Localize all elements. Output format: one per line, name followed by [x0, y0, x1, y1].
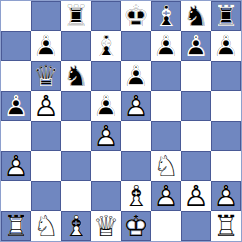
square-d4[interactable]: ♟♙ [91, 121, 121, 151]
square-a3[interactable]: ♟♙ [1, 151, 31, 181]
piece-black-pawn[interactable]: ♟♙ [181, 31, 211, 61]
square-h2[interactable]: ♟♙ [211, 181, 241, 211]
square-e3[interactable] [121, 151, 151, 181]
square-h8[interactable]: ♜♖ [211, 1, 241, 31]
square-f4[interactable] [151, 121, 181, 151]
pawn-glyph-outline: ♙ [151, 181, 181, 211]
square-a1[interactable]: ♜♖ [1, 211, 31, 241]
piece-white-bishop[interactable]: ♝♗ [61, 211, 91, 241]
piece-white-pawn[interactable]: ♟♙ [211, 181, 241, 211]
square-a4[interactable] [1, 121, 31, 151]
square-f5[interactable] [151, 91, 181, 121]
piece-black-pawn[interactable]: ♟♙ [151, 31, 181, 61]
square-h6[interactable] [211, 61, 241, 91]
piece-black-king[interactable]: ♚♔ [121, 1, 151, 31]
piece-white-rook[interactable]: ♜♖ [211, 211, 241, 241]
knight-glyph-outline: ♘ [151, 151, 181, 181]
square-b6[interactable]: ♛♕ [31, 61, 61, 91]
square-g1[interactable] [181, 211, 211, 241]
pawn-glyph-outline: ♙ [211, 181, 241, 211]
piece-black-knight[interactable]: ♞♘ [61, 61, 91, 91]
square-c8[interactable]: ♜♖ [61, 1, 91, 31]
pawn-glyph-outline: ♙ [31, 91, 61, 121]
square-f3[interactable]: ♞♘ [151, 151, 181, 181]
square-g4[interactable] [181, 121, 211, 151]
square-c4[interactable] [61, 121, 91, 151]
king-glyph-outline: ♔ [121, 211, 151, 241]
pawn-glyph-outline: ♙ [181, 31, 211, 61]
piece-white-rook[interactable]: ♜♖ [1, 211, 31, 241]
piece-black-pawn[interactable]: ♟♙ [121, 61, 151, 91]
square-e5[interactable]: ♟♙ [121, 91, 151, 121]
square-d5[interactable]: ♟♙ [91, 91, 121, 121]
square-g5[interactable] [181, 91, 211, 121]
piece-black-bishop[interactable]: ♝♗ [151, 1, 181, 31]
square-e8[interactable]: ♚♔ [121, 1, 151, 31]
square-b3[interactable] [31, 151, 61, 181]
square-g8[interactable]: ♞♘ [181, 1, 211, 31]
piece-black-pawn[interactable]: ♟♙ [31, 31, 61, 61]
pawn-glyph-outline: ♙ [121, 91, 151, 121]
pawn-glyph-outline: ♙ [1, 151, 31, 181]
square-c3[interactable] [61, 151, 91, 181]
square-f7[interactable]: ♟♙ [151, 31, 181, 61]
square-g6[interactable] [181, 61, 211, 91]
pawn-glyph-outline: ♙ [91, 121, 121, 151]
square-f2[interactable]: ♟♙ [151, 181, 181, 211]
square-h1[interactable]: ♜♖ [211, 211, 241, 241]
square-c2[interactable] [61, 181, 91, 211]
piece-black-pawn[interactable]: ♟♙ [1, 91, 31, 121]
square-a5[interactable]: ♟♙ [1, 91, 31, 121]
square-b5[interactable]: ♟♙ [31, 91, 61, 121]
piece-black-pawn[interactable]: ♟♙ [91, 91, 121, 121]
square-b4[interactable] [31, 121, 61, 151]
square-a6[interactable] [1, 61, 31, 91]
square-d1[interactable]: ♛♕ [91, 211, 121, 241]
piece-white-bishop[interactable]: ♝♗ [121, 181, 151, 211]
square-f6[interactable] [151, 61, 181, 91]
pawn-glyph-outline: ♙ [211, 31, 241, 61]
square-c5[interactable] [61, 91, 91, 121]
bishop-glyph-outline: ♗ [61, 211, 91, 241]
knight-glyph-outline: ♘ [61, 61, 91, 91]
bishop-glyph-outline: ♗ [151, 1, 181, 31]
pawn-glyph-outline: ♙ [1, 91, 31, 121]
piece-black-rook[interactable]: ♜♖ [61, 1, 91, 31]
square-b7[interactable]: ♟♙ [31, 31, 61, 61]
pawn-glyph-outline: ♙ [151, 31, 181, 61]
piece-white-pawn[interactable]: ♟♙ [1, 151, 31, 181]
rook-glyph-outline: ♖ [211, 1, 241, 31]
piece-white-knight[interactable]: ♞♘ [151, 151, 181, 181]
chess-board: ♜♖♚♔♝♗♞♘♜♖♟♙♝♗♟♙♟♙♟♙♛♕♞♘♟♙♟♙♟♙♟♙♟♙♟♙♟♙♞♘… [0, 0, 242, 242]
queen-glyph-outline: ♕ [91, 211, 121, 241]
knight-glyph-outline: ♘ [181, 1, 211, 31]
rook-glyph-outline: ♖ [1, 211, 31, 241]
square-h7[interactable]: ♟♙ [211, 31, 241, 61]
square-a2[interactable] [1, 181, 31, 211]
square-a8[interactable] [1, 1, 31, 31]
piece-black-pawn[interactable]: ♟♙ [211, 31, 241, 61]
square-b8[interactable] [31, 1, 61, 31]
pawn-glyph-outline: ♙ [91, 91, 121, 121]
piece-white-pawn[interactable]: ♟♙ [151, 181, 181, 211]
square-h4[interactable] [211, 121, 241, 151]
pawn-glyph-outline: ♙ [181, 181, 211, 211]
square-f1[interactable] [151, 211, 181, 241]
square-g3[interactable] [181, 151, 211, 181]
piece-black-knight[interactable]: ♞♘ [181, 1, 211, 31]
square-g7[interactable]: ♟♙ [181, 31, 211, 61]
bishop-glyph-outline: ♗ [91, 31, 121, 61]
square-c7[interactable] [61, 31, 91, 61]
piece-white-pawn[interactable]: ♟♙ [91, 121, 121, 151]
piece-black-rook[interactable]: ♜♖ [211, 1, 241, 31]
pawn-glyph-outline: ♙ [31, 31, 61, 61]
piece-black-bishop[interactable]: ♝♗ [91, 31, 121, 61]
piece-white-queen[interactable]: ♛♕ [91, 211, 121, 241]
square-b2[interactable] [31, 181, 61, 211]
square-a7[interactable] [1, 31, 31, 61]
piece-white-pawn[interactable]: ♟♙ [121, 91, 151, 121]
square-h3[interactable] [211, 151, 241, 181]
square-b1[interactable]: ♞♘ [31, 211, 61, 241]
square-d6[interactable] [91, 61, 121, 91]
king-glyph-outline: ♔ [121, 1, 151, 31]
square-e7[interactable] [121, 31, 151, 61]
piece-white-knight[interactable]: ♞♘ [31, 211, 61, 241]
square-e2[interactable]: ♝♗ [121, 181, 151, 211]
piece-white-king[interactable]: ♚♔ [121, 211, 151, 241]
piece-white-pawn[interactable]: ♟♙ [181, 181, 211, 211]
square-d3[interactable] [91, 151, 121, 181]
square-d8[interactable] [91, 1, 121, 31]
square-c1[interactable]: ♝♗ [61, 211, 91, 241]
pawn-glyph-outline: ♙ [121, 61, 151, 91]
square-e1[interactable]: ♚♔ [121, 211, 151, 241]
square-g2[interactable]: ♟♙ [181, 181, 211, 211]
bishop-glyph-outline: ♗ [121, 181, 151, 211]
piece-white-pawn[interactable]: ♟♙ [31, 91, 61, 121]
piece-black-queen[interactable]: ♛♕ [31, 61, 61, 91]
knight-glyph-outline: ♘ [31, 211, 61, 241]
square-e4[interactable] [121, 121, 151, 151]
square-d7[interactable]: ♝♗ [91, 31, 121, 61]
square-h5[interactable] [211, 91, 241, 121]
rook-glyph-outline: ♖ [61, 1, 91, 31]
square-f8[interactable]: ♝♗ [151, 1, 181, 31]
rook-glyph-outline: ♖ [211, 211, 241, 241]
square-c6[interactable]: ♞♘ [61, 61, 91, 91]
queen-glyph-outline: ♕ [31, 61, 61, 91]
square-e6[interactable]: ♟♙ [121, 61, 151, 91]
square-d2[interactable] [91, 181, 121, 211]
